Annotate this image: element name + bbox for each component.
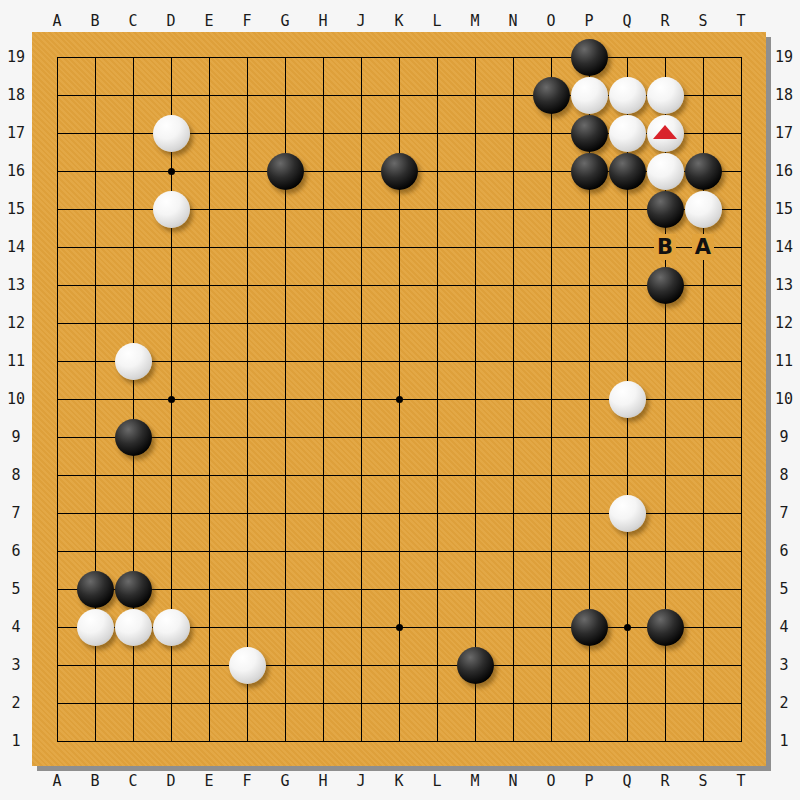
point-K11[interactable] (380, 342, 418, 380)
point-O7[interactable] (532, 494, 570, 532)
point-M5[interactable] (456, 570, 494, 608)
point-H9[interactable] (304, 418, 342, 456)
point-T8[interactable] (722, 456, 760, 494)
point-N3[interactable] (494, 646, 532, 684)
point-R11[interactable] (646, 342, 684, 380)
point-A6[interactable] (38, 532, 76, 570)
point-E8[interactable] (190, 456, 228, 494)
point-F7[interactable] (228, 494, 266, 532)
point-F14[interactable] (228, 228, 266, 266)
point-L16[interactable] (418, 152, 456, 190)
point-L14[interactable] (418, 228, 456, 266)
point-S9[interactable] (684, 418, 722, 456)
point-D18[interactable] (152, 76, 190, 114)
point-N17[interactable] (494, 114, 532, 152)
point-D13[interactable] (152, 266, 190, 304)
point-E7[interactable] (190, 494, 228, 532)
point-Q1[interactable] (608, 722, 646, 760)
point-K15[interactable] (380, 190, 418, 228)
point-D14[interactable] (152, 228, 190, 266)
point-A4[interactable] (38, 608, 76, 646)
point-Q17[interactable] (608, 114, 646, 152)
point-D11[interactable] (152, 342, 190, 380)
point-C13[interactable] (114, 266, 152, 304)
point-M18[interactable] (456, 76, 494, 114)
point-E19[interactable] (190, 38, 228, 76)
point-R10[interactable] (646, 380, 684, 418)
point-E9[interactable] (190, 418, 228, 456)
point-H18[interactable] (304, 76, 342, 114)
point-C7[interactable] (114, 494, 152, 532)
point-O8[interactable] (532, 456, 570, 494)
point-A11[interactable] (38, 342, 76, 380)
point-T9[interactable] (722, 418, 760, 456)
point-F10[interactable] (228, 380, 266, 418)
point-T11[interactable] (722, 342, 760, 380)
point-P18[interactable] (570, 76, 608, 114)
point-L11[interactable] (418, 342, 456, 380)
point-C11[interactable] (114, 342, 152, 380)
point-D1[interactable] (152, 722, 190, 760)
point-N10[interactable] (494, 380, 532, 418)
point-F19[interactable] (228, 38, 266, 76)
point-H11[interactable] (304, 342, 342, 380)
point-F1[interactable] (228, 722, 266, 760)
point-A12[interactable] (38, 304, 76, 342)
point-J4[interactable] (342, 608, 380, 646)
point-A13[interactable] (38, 266, 76, 304)
point-T19[interactable] (722, 38, 760, 76)
point-L12[interactable] (418, 304, 456, 342)
point-N14[interactable] (494, 228, 532, 266)
point-H13[interactable] (304, 266, 342, 304)
point-P3[interactable] (570, 646, 608, 684)
point-O13[interactable] (532, 266, 570, 304)
point-R19[interactable] (646, 38, 684, 76)
point-M19[interactable] (456, 38, 494, 76)
point-C9[interactable] (114, 418, 152, 456)
point-N18[interactable] (494, 76, 532, 114)
point-N8[interactable] (494, 456, 532, 494)
point-O11[interactable] (532, 342, 570, 380)
point-J14[interactable] (342, 228, 380, 266)
point-E16[interactable] (190, 152, 228, 190)
point-Q13[interactable] (608, 266, 646, 304)
point-P8[interactable] (570, 456, 608, 494)
point-Q4[interactable] (608, 608, 646, 646)
point-P16[interactable] (570, 152, 608, 190)
point-J8[interactable] (342, 456, 380, 494)
point-J7[interactable] (342, 494, 380, 532)
point-K4[interactable] (380, 608, 418, 646)
point-S10[interactable] (684, 380, 722, 418)
point-M17[interactable] (456, 114, 494, 152)
point-T4[interactable] (722, 608, 760, 646)
point-D10[interactable] (152, 380, 190, 418)
point-R5[interactable] (646, 570, 684, 608)
point-Q7[interactable] (608, 494, 646, 532)
point-J17[interactable] (342, 114, 380, 152)
point-D15[interactable] (152, 190, 190, 228)
point-E12[interactable] (190, 304, 228, 342)
point-R16[interactable] (646, 152, 684, 190)
point-B9[interactable] (76, 418, 114, 456)
point-P9[interactable] (570, 418, 608, 456)
point-R13[interactable] (646, 266, 684, 304)
point-D4[interactable] (152, 608, 190, 646)
point-H12[interactable] (304, 304, 342, 342)
point-S13[interactable] (684, 266, 722, 304)
point-B6[interactable] (76, 532, 114, 570)
point-F11[interactable] (228, 342, 266, 380)
point-P13[interactable] (570, 266, 608, 304)
point-G13[interactable] (266, 266, 304, 304)
point-T17[interactable] (722, 114, 760, 152)
point-G4[interactable] (266, 608, 304, 646)
point-B11[interactable] (76, 342, 114, 380)
point-H15[interactable] (304, 190, 342, 228)
point-P5[interactable] (570, 570, 608, 608)
point-A10[interactable] (38, 380, 76, 418)
point-M4[interactable] (456, 608, 494, 646)
point-T15[interactable] (722, 190, 760, 228)
point-K17[interactable] (380, 114, 418, 152)
point-B7[interactable] (76, 494, 114, 532)
point-O5[interactable] (532, 570, 570, 608)
point-B5[interactable] (76, 570, 114, 608)
point-C1[interactable] (114, 722, 152, 760)
point-M1[interactable] (456, 722, 494, 760)
point-J19[interactable] (342, 38, 380, 76)
point-A3[interactable] (38, 646, 76, 684)
point-Q3[interactable] (608, 646, 646, 684)
point-B3[interactable] (76, 646, 114, 684)
point-A18[interactable] (38, 76, 76, 114)
point-E4[interactable] (190, 608, 228, 646)
point-O10[interactable] (532, 380, 570, 418)
point-Q11[interactable] (608, 342, 646, 380)
point-R6[interactable] (646, 532, 684, 570)
point-M13[interactable] (456, 266, 494, 304)
point-G2[interactable] (266, 684, 304, 722)
point-F8[interactable] (228, 456, 266, 494)
point-G14[interactable] (266, 228, 304, 266)
point-H19[interactable] (304, 38, 342, 76)
point-C8[interactable] (114, 456, 152, 494)
point-H1[interactable] (304, 722, 342, 760)
point-G18[interactable] (266, 76, 304, 114)
point-A15[interactable] (38, 190, 76, 228)
point-L8[interactable] (418, 456, 456, 494)
point-P17[interactable] (570, 114, 608, 152)
point-K6[interactable] (380, 532, 418, 570)
point-C12[interactable] (114, 304, 152, 342)
point-R3[interactable] (646, 646, 684, 684)
point-L19[interactable] (418, 38, 456, 76)
point-Q8[interactable] (608, 456, 646, 494)
point-O19[interactable] (532, 38, 570, 76)
point-M12[interactable] (456, 304, 494, 342)
point-E14[interactable] (190, 228, 228, 266)
point-A2[interactable] (38, 684, 76, 722)
point-C10[interactable] (114, 380, 152, 418)
point-Q19[interactable] (608, 38, 646, 76)
point-T12[interactable] (722, 304, 760, 342)
point-G6[interactable] (266, 532, 304, 570)
point-E13[interactable] (190, 266, 228, 304)
point-O4[interactable] (532, 608, 570, 646)
point-N16[interactable] (494, 152, 532, 190)
point-K7[interactable] (380, 494, 418, 532)
point-O2[interactable] (532, 684, 570, 722)
point-R15[interactable] (646, 190, 684, 228)
point-P14[interactable] (570, 228, 608, 266)
point-A5[interactable] (38, 570, 76, 608)
point-D17[interactable] (152, 114, 190, 152)
point-K14[interactable] (380, 228, 418, 266)
point-R7[interactable] (646, 494, 684, 532)
point-G9[interactable] (266, 418, 304, 456)
point-C4[interactable] (114, 608, 152, 646)
point-S4[interactable] (684, 608, 722, 646)
point-J11[interactable] (342, 342, 380, 380)
point-Q6[interactable] (608, 532, 646, 570)
point-J1[interactable] (342, 722, 380, 760)
point-B14[interactable] (76, 228, 114, 266)
point-S1[interactable] (684, 722, 722, 760)
point-R1[interactable] (646, 722, 684, 760)
point-O18[interactable] (532, 76, 570, 114)
point-M14[interactable] (456, 228, 494, 266)
point-F12[interactable] (228, 304, 266, 342)
point-G7[interactable] (266, 494, 304, 532)
point-B19[interactable] (76, 38, 114, 76)
point-J12[interactable] (342, 304, 380, 342)
point-G17[interactable] (266, 114, 304, 152)
point-P15[interactable] (570, 190, 608, 228)
point-B18[interactable] (76, 76, 114, 114)
point-B8[interactable] (76, 456, 114, 494)
point-P4[interactable] (570, 608, 608, 646)
point-E3[interactable] (190, 646, 228, 684)
point-F2[interactable] (228, 684, 266, 722)
point-J3[interactable] (342, 646, 380, 684)
point-Q12[interactable] (608, 304, 646, 342)
point-E18[interactable] (190, 76, 228, 114)
point-L9[interactable] (418, 418, 456, 456)
point-P1[interactable] (570, 722, 608, 760)
point-O12[interactable] (532, 304, 570, 342)
point-A1[interactable] (38, 722, 76, 760)
point-E6[interactable] (190, 532, 228, 570)
point-O17[interactable] (532, 114, 570, 152)
point-N6[interactable] (494, 532, 532, 570)
point-Q15[interactable] (608, 190, 646, 228)
point-J13[interactable] (342, 266, 380, 304)
point-S17[interactable] (684, 114, 722, 152)
point-N19[interactable] (494, 38, 532, 76)
point-H16[interactable] (304, 152, 342, 190)
point-E11[interactable] (190, 342, 228, 380)
point-R2[interactable] (646, 684, 684, 722)
point-S16[interactable] (684, 152, 722, 190)
point-P7[interactable] (570, 494, 608, 532)
point-B13[interactable] (76, 266, 114, 304)
point-T1[interactable] (722, 722, 760, 760)
point-J2[interactable] (342, 684, 380, 722)
point-Q10[interactable] (608, 380, 646, 418)
point-P12[interactable] (570, 304, 608, 342)
point-T14[interactable] (722, 228, 760, 266)
point-L3[interactable] (418, 646, 456, 684)
point-D3[interactable] (152, 646, 190, 684)
point-K19[interactable] (380, 38, 418, 76)
point-F18[interactable] (228, 76, 266, 114)
point-K5[interactable] (380, 570, 418, 608)
point-S18[interactable] (684, 76, 722, 114)
point-R18[interactable] (646, 76, 684, 114)
point-H4[interactable] (304, 608, 342, 646)
point-K3[interactable] (380, 646, 418, 684)
point-G8[interactable] (266, 456, 304, 494)
point-C2[interactable] (114, 684, 152, 722)
point-N5[interactable] (494, 570, 532, 608)
point-T10[interactable] (722, 380, 760, 418)
point-J10[interactable] (342, 380, 380, 418)
point-G5[interactable] (266, 570, 304, 608)
point-A8[interactable] (38, 456, 76, 494)
point-S19[interactable] (684, 38, 722, 76)
point-J6[interactable] (342, 532, 380, 570)
point-T18[interactable] (722, 76, 760, 114)
point-D9[interactable] (152, 418, 190, 456)
point-D2[interactable] (152, 684, 190, 722)
point-L1[interactable] (418, 722, 456, 760)
point-F16[interactable] (228, 152, 266, 190)
point-H7[interactable] (304, 494, 342, 532)
point-N1[interactable] (494, 722, 532, 760)
point-B12[interactable] (76, 304, 114, 342)
point-R17[interactable] (646, 114, 684, 152)
point-P2[interactable] (570, 684, 608, 722)
point-G15[interactable] (266, 190, 304, 228)
point-H17[interactable] (304, 114, 342, 152)
point-M10[interactable] (456, 380, 494, 418)
point-L15[interactable] (418, 190, 456, 228)
point-K9[interactable] (380, 418, 418, 456)
point-Q9[interactable] (608, 418, 646, 456)
point-L10[interactable] (418, 380, 456, 418)
point-C18[interactable] (114, 76, 152, 114)
point-J9[interactable] (342, 418, 380, 456)
point-T13[interactable] (722, 266, 760, 304)
point-N15[interactable] (494, 190, 532, 228)
point-A14[interactable] (38, 228, 76, 266)
point-E15[interactable] (190, 190, 228, 228)
point-L13[interactable] (418, 266, 456, 304)
point-S3[interactable] (684, 646, 722, 684)
point-R12[interactable] (646, 304, 684, 342)
point-M16[interactable] (456, 152, 494, 190)
point-S6[interactable] (684, 532, 722, 570)
point-F4[interactable] (228, 608, 266, 646)
point-J16[interactable] (342, 152, 380, 190)
point-C16[interactable] (114, 152, 152, 190)
point-C5[interactable] (114, 570, 152, 608)
point-T5[interactable] (722, 570, 760, 608)
point-C19[interactable] (114, 38, 152, 76)
point-R9[interactable] (646, 418, 684, 456)
point-M15[interactable] (456, 190, 494, 228)
point-M3[interactable] (456, 646, 494, 684)
point-K10[interactable] (380, 380, 418, 418)
point-B2[interactable] (76, 684, 114, 722)
point-J18[interactable] (342, 76, 380, 114)
point-T3[interactable] (722, 646, 760, 684)
point-G1[interactable] (266, 722, 304, 760)
point-K2[interactable] (380, 684, 418, 722)
point-N12[interactable] (494, 304, 532, 342)
point-H5[interactable] (304, 570, 342, 608)
point-D16[interactable] (152, 152, 190, 190)
point-M9[interactable] (456, 418, 494, 456)
point-C17[interactable] (114, 114, 152, 152)
point-G11[interactable] (266, 342, 304, 380)
point-K8[interactable] (380, 456, 418, 494)
point-M8[interactable] (456, 456, 494, 494)
point-S8[interactable] (684, 456, 722, 494)
point-D8[interactable] (152, 456, 190, 494)
point-H3[interactable] (304, 646, 342, 684)
point-K12[interactable] (380, 304, 418, 342)
point-S15[interactable] (684, 190, 722, 228)
point-D19[interactable] (152, 38, 190, 76)
point-F17[interactable] (228, 114, 266, 152)
point-B10[interactable] (76, 380, 114, 418)
point-F13[interactable] (228, 266, 266, 304)
point-F15[interactable] (228, 190, 266, 228)
point-E10[interactable] (190, 380, 228, 418)
point-J15[interactable] (342, 190, 380, 228)
point-D12[interactable] (152, 304, 190, 342)
point-N7[interactable] (494, 494, 532, 532)
point-E1[interactable] (190, 722, 228, 760)
point-N4[interactable] (494, 608, 532, 646)
point-L5[interactable] (418, 570, 456, 608)
point-A17[interactable] (38, 114, 76, 152)
point-S2[interactable] (684, 684, 722, 722)
point-S14[interactable]: A (684, 228, 722, 266)
point-B1[interactable] (76, 722, 114, 760)
point-O14[interactable] (532, 228, 570, 266)
point-E2[interactable] (190, 684, 228, 722)
point-A16[interactable] (38, 152, 76, 190)
point-T16[interactable] (722, 152, 760, 190)
point-Q18[interactable] (608, 76, 646, 114)
point-S12[interactable] (684, 304, 722, 342)
point-A19[interactable] (38, 38, 76, 76)
point-C14[interactable] (114, 228, 152, 266)
point-F9[interactable] (228, 418, 266, 456)
point-D7[interactable] (152, 494, 190, 532)
point-M11[interactable] (456, 342, 494, 380)
point-J5[interactable] (342, 570, 380, 608)
point-N13[interactable] (494, 266, 532, 304)
point-F3[interactable] (228, 646, 266, 684)
point-P10[interactable] (570, 380, 608, 418)
point-Q2[interactable] (608, 684, 646, 722)
point-O9[interactable] (532, 418, 570, 456)
